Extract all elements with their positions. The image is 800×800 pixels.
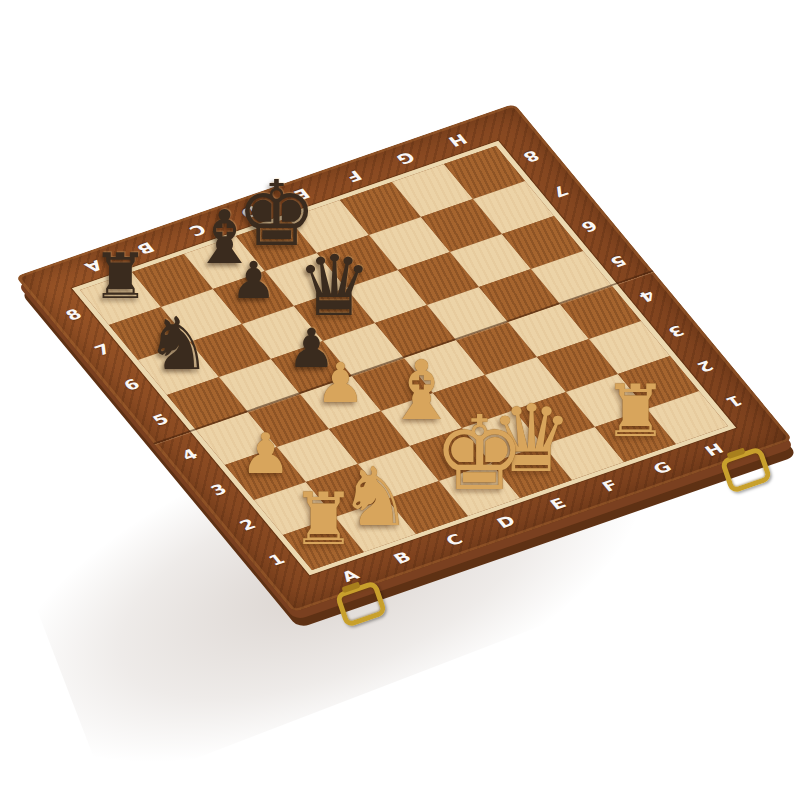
piece-white-rook-a1[interactable]: ♜ bbox=[291, 482, 356, 554]
piece-white-pawn-c4[interactable]: ♟ bbox=[316, 356, 365, 411]
piece-black-pawn-c7[interactable]: ♟ bbox=[231, 254, 277, 305]
piece-black-rook-a8[interactable]: ♜ bbox=[92, 245, 148, 308]
piece-white-rook-g1[interactable]: ♜ bbox=[603, 374, 668, 446]
piece-white-king-d1[interactable]: ♚ bbox=[433, 402, 525, 505]
piece-black-queen-d6[interactable]: ♛ bbox=[297, 243, 372, 327]
piece-white-pawn-a3[interactable]: ♟ bbox=[240, 426, 290, 482]
piece-black-knight-a6[interactable]: ♞ bbox=[146, 306, 211, 379]
chess-board-photo: ABCDEFGH ABCDEFGH 87654321 87654321 ♜♝♚♟… bbox=[0, 0, 800, 800]
